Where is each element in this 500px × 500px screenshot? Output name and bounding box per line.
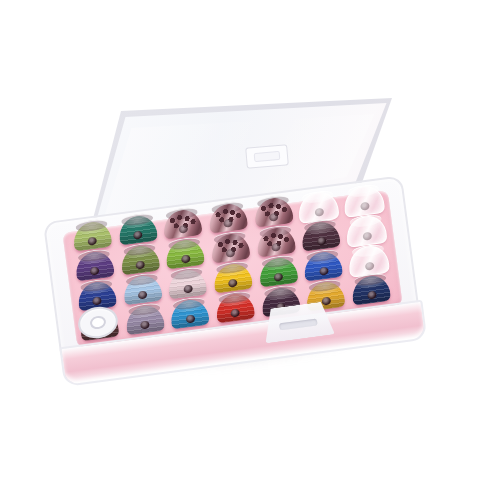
bobbin-slot	[211, 290, 259, 324]
bobbin-lime	[165, 238, 205, 270]
lid-latch-tab	[245, 144, 289, 169]
bobbin-olive	[120, 244, 160, 276]
bobbin-metal	[254, 196, 294, 228]
product-photo	[0, 0, 500, 500]
bobbin-lightblue	[122, 274, 162, 306]
bobbin-slot	[166, 296, 214, 330]
bobbin-plum	[301, 220, 341, 252]
bobbin-cyan	[170, 298, 210, 330]
bobbin-red	[215, 292, 255, 324]
bobbin-metal	[163, 208, 203, 240]
bobbin-grass	[258, 256, 298, 288]
bobbin-teal	[118, 214, 158, 246]
bobbin-slot	[121, 302, 169, 336]
bobbin-palepink	[168, 268, 208, 300]
bobbin-metal	[256, 226, 296, 258]
bobbin-purple	[75, 250, 115, 282]
bobbin-lightgreen	[72, 220, 112, 252]
bobbin-royal	[304, 250, 344, 282]
bobbin-mauve	[125, 304, 165, 336]
bobbin-yellow	[213, 262, 253, 294]
bobbin-metal	[208, 202, 248, 234]
bobbin-slot	[347, 272, 395, 306]
bobbin-darknavy	[351, 274, 391, 306]
bobbin-metal	[211, 232, 251, 264]
